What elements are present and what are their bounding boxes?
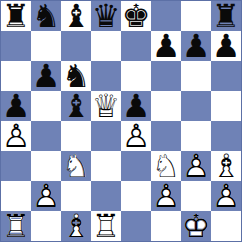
square-f3[interactable]: ♞♘ (151, 151, 181, 181)
square-f2[interactable]: ♟♙ (151, 181, 181, 211)
square-b1[interactable] (31, 211, 61, 241)
square-a7[interactable] (1, 31, 31, 61)
piece-black-rook[interactable]: ♜ (1, 1, 31, 31)
square-c5[interactable]: ♝ (61, 91, 91, 121)
square-e6[interactable] (121, 61, 151, 91)
square-h4[interactable] (211, 121, 241, 151)
piece-white-rook[interactable]: ♖ (91, 211, 121, 241)
piece-black-queen[interactable]: ♛ (91, 1, 121, 31)
piece-white-fill-underlay: ♚ (181, 211, 211, 241)
piece-white-pawn[interactable]: ♙ (121, 121, 151, 151)
square-f7[interactable]: ♟ (151, 31, 181, 61)
piece-black-knight[interactable]: ♞ (31, 1, 61, 31)
piece-white-fill-underlay: ♟ (151, 181, 181, 211)
square-a8[interactable]: ♜ (1, 1, 31, 31)
square-h8[interactable]: ♜ (211, 1, 241, 31)
square-e4[interactable]: ♟♙ (121, 121, 151, 151)
piece-white-king[interactable]: ♔ (181, 211, 211, 241)
piece-black-pawn[interactable]: ♟ (1, 91, 31, 121)
square-h3[interactable]: ♝♗ (211, 151, 241, 181)
square-g5[interactable] (181, 91, 211, 121)
square-f6[interactable] (151, 61, 181, 91)
piece-black-knight[interactable]: ♞ (61, 61, 91, 91)
square-c8[interactable]: ♝ (61, 1, 91, 31)
square-b6[interactable]: ♟ (31, 61, 61, 91)
piece-black-bishop[interactable]: ♝ (61, 91, 91, 121)
square-c4[interactable] (61, 121, 91, 151)
piece-white-knight[interactable]: ♘ (151, 151, 181, 181)
square-h7[interactable]: ♟ (211, 31, 241, 61)
piece-white-pawn[interactable]: ♙ (211, 181, 241, 211)
piece-black-king[interactable]: ♚ (121, 1, 151, 31)
square-b3[interactable] (31, 151, 61, 181)
piece-white-knight[interactable]: ♘ (61, 151, 91, 181)
square-c6[interactable]: ♞ (61, 61, 91, 91)
square-c1[interactable]: ♝♗ (61, 211, 91, 241)
square-g4[interactable] (181, 121, 211, 151)
square-a3[interactable] (1, 151, 31, 181)
piece-white-fill-underlay: ♟ (121, 121, 151, 151)
square-d8[interactable]: ♛ (91, 1, 121, 31)
piece-white-bishop[interactable]: ♗ (211, 151, 241, 181)
piece-white-fill-underlay: ♜ (91, 211, 121, 241)
square-a2[interactable] (1, 181, 31, 211)
piece-white-fill-underlay: ♛ (91, 91, 121, 121)
piece-white-pawn[interactable]: ♙ (1, 121, 31, 151)
square-e8[interactable]: ♚ (121, 1, 151, 31)
piece-black-pawn[interactable]: ♟ (211, 31, 241, 61)
piece-white-queen[interactable]: ♕ (91, 91, 121, 121)
square-f4[interactable] (151, 121, 181, 151)
piece-white-fill-underlay: ♞ (61, 151, 91, 181)
square-c7[interactable] (61, 31, 91, 61)
square-g8[interactable] (181, 1, 211, 31)
square-a5[interactable]: ♟ (1, 91, 31, 121)
square-b5[interactable] (31, 91, 61, 121)
square-b8[interactable]: ♞ (31, 1, 61, 31)
piece-white-rook[interactable]: ♖ (1, 211, 31, 241)
square-h1[interactable] (211, 211, 241, 241)
piece-white-fill-underlay: ♝ (211, 151, 241, 181)
piece-white-fill-underlay: ♟ (31, 181, 61, 211)
square-g3[interactable]: ♟♙ (181, 151, 211, 181)
square-b7[interactable] (31, 31, 61, 61)
square-g7[interactable]: ♟ (181, 31, 211, 61)
square-f5[interactable] (151, 91, 181, 121)
square-e3[interactable] (121, 151, 151, 181)
square-h2[interactable]: ♟♙ (211, 181, 241, 211)
square-h6[interactable] (211, 61, 241, 91)
piece-black-rook[interactable]: ♜ (211, 1, 241, 31)
piece-white-pawn[interactable]: ♙ (151, 181, 181, 211)
square-e5[interactable]: ♟ (121, 91, 151, 121)
piece-white-pawn[interactable]: ♙ (181, 151, 211, 181)
square-a6[interactable] (1, 61, 31, 91)
piece-black-pawn[interactable]: ♟ (31, 61, 61, 91)
square-g1[interactable]: ♚♔ (181, 211, 211, 241)
square-e2[interactable] (121, 181, 151, 211)
square-c2[interactable] (61, 181, 91, 211)
chess-board: ♜♞♝♛♚♜♟♟♟♟♞♟♝♛♕♟♟♙♟♙♞♘♞♘♟♙♝♗♟♙♟♙♟♙♜♖♝♗♜♖… (0, 0, 242, 242)
square-b4[interactable] (31, 121, 61, 151)
square-d7[interactable] (91, 31, 121, 61)
piece-white-fill-underlay: ♜ (1, 211, 31, 241)
piece-white-bishop[interactable]: ♗ (61, 211, 91, 241)
piece-black-pawn[interactable]: ♟ (151, 31, 181, 61)
square-d5[interactable]: ♛♕ (91, 91, 121, 121)
piece-white-fill-underlay: ♝ (61, 211, 91, 241)
square-d2[interactable] (91, 181, 121, 211)
square-e1[interactable] (121, 211, 151, 241)
square-h5[interactable] (211, 91, 241, 121)
square-d6[interactable] (91, 61, 121, 91)
square-g2[interactable] (181, 181, 211, 211)
square-d3[interactable] (91, 151, 121, 181)
square-e7[interactable] (121, 31, 151, 61)
square-d1[interactable]: ♜♖ (91, 211, 121, 241)
piece-white-fill-underlay: ♟ (211, 181, 241, 211)
square-c3[interactable]: ♞♘ (61, 151, 91, 181)
square-a4[interactable]: ♟♙ (1, 121, 31, 151)
piece-black-pawn[interactable]: ♟ (121, 91, 151, 121)
piece-black-pawn[interactable]: ♟ (181, 31, 211, 61)
piece-white-fill-underlay: ♞ (151, 151, 181, 181)
square-a1[interactable]: ♜♖ (1, 211, 31, 241)
piece-white-fill-underlay: ♟ (1, 121, 31, 151)
square-b2[interactable]: ♟♙ (31, 181, 61, 211)
square-f1[interactable] (151, 211, 181, 241)
square-g6[interactable] (181, 61, 211, 91)
piece-black-bishop[interactable]: ♝ (61, 1, 91, 31)
piece-white-pawn[interactable]: ♙ (31, 181, 61, 211)
square-f8[interactable] (151, 1, 181, 31)
piece-white-fill-underlay: ♟ (181, 151, 211, 181)
square-d4[interactable] (91, 121, 121, 151)
